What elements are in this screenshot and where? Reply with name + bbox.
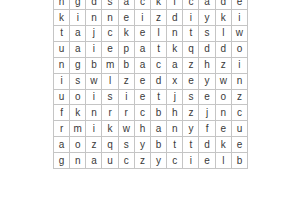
grid-cell[interactable]: z bbox=[183, 105, 199, 121]
grid-cell[interactable]: b bbox=[119, 58, 135, 74]
grid-cell[interactable]: s bbox=[102, 90, 118, 106]
grid-cell[interactable]: m bbox=[102, 58, 118, 74]
grid-cell[interactable]: j bbox=[199, 105, 215, 121]
grid-cell[interactable]: y bbox=[135, 137, 151, 153]
grid-cell[interactable]: i bbox=[86, 42, 102, 58]
grid-cell[interactable]: k bbox=[102, 121, 118, 137]
grid-cell[interactable]: d bbox=[86, 0, 102, 10]
grid-cell[interactable]: z bbox=[135, 153, 151, 169]
grid-cell[interactable]: a bbox=[119, 0, 135, 10]
grid-cell[interactable]: u bbox=[232, 121, 248, 137]
grid-cell[interactable]: e bbox=[232, 0, 248, 10]
grid-cell[interactable]: k bbox=[119, 26, 135, 42]
grid-cell[interactable]: t bbox=[167, 137, 183, 153]
grid-cell[interactable]: a bbox=[70, 42, 86, 58]
grid-cell[interactable]: i bbox=[135, 10, 151, 26]
grid-cell[interactable]: e bbox=[119, 10, 135, 26]
grid-cell[interactable]: e bbox=[199, 153, 215, 169]
grid-cell[interactable]: k bbox=[216, 137, 232, 153]
grid-cell[interactable]: m bbox=[70, 121, 86, 137]
grid-cell[interactable]: k bbox=[70, 105, 86, 121]
grid-cell[interactable]: z bbox=[183, 58, 199, 74]
grid-cell[interactable]: k bbox=[167, 42, 183, 58]
grid-cell[interactable]: q bbox=[183, 42, 199, 58]
grid-cell[interactable]: c bbox=[119, 153, 135, 169]
grid-cell[interactable]: e bbox=[183, 74, 199, 90]
grid-cell[interactable]: a bbox=[151, 121, 167, 137]
grid-cell[interactable]: b bbox=[151, 105, 167, 121]
grid-cell[interactable]: a bbox=[135, 58, 151, 74]
grid-cell[interactable]: n bbox=[70, 153, 86, 169]
grid-cell[interactable]: w bbox=[119, 121, 135, 137]
grid-cell[interactable]: f bbox=[54, 105, 70, 121]
grid-cell[interactable]: t bbox=[183, 26, 199, 42]
grid-cell[interactable]: b bbox=[232, 153, 248, 169]
grid-cell[interactable]: s bbox=[119, 137, 135, 153]
grid-cell[interactable]: u bbox=[54, 42, 70, 58]
grid-cell[interactable]: y bbox=[183, 121, 199, 137]
grid-cell[interactable]: n bbox=[54, 58, 70, 74]
grid-cell[interactable]: a bbox=[54, 137, 70, 153]
grid-cell[interactable]: z bbox=[86, 137, 102, 153]
grid-cell[interactable]: n bbox=[232, 74, 248, 90]
grid-cell[interactable]: g bbox=[70, 58, 86, 74]
grid-cell[interactable]: l bbox=[102, 74, 118, 90]
grid-cell[interactable]: c bbox=[135, 105, 151, 121]
grid-cell[interactable]: z bbox=[151, 10, 167, 26]
grid-cell[interactable]: i bbox=[86, 90, 102, 106]
grid-cell[interactable]: t bbox=[54, 26, 70, 42]
grid-cell[interactable]: a bbox=[70, 26, 86, 42]
grid-cell[interactable]: z bbox=[216, 58, 232, 74]
grid-cell[interactable]: j bbox=[86, 26, 102, 42]
grid-cell[interactable]: o bbox=[70, 137, 86, 153]
grid-cell[interactable]: r bbox=[102, 105, 118, 121]
grid-cell[interactable]: e bbox=[199, 90, 215, 106]
grid-cell[interactable]: l bbox=[151, 26, 167, 42]
grid-cell[interactable]: n bbox=[167, 26, 183, 42]
grid-cell[interactable]: c bbox=[183, 0, 199, 10]
grid-cell[interactable]: l bbox=[216, 26, 232, 42]
grid-cell[interactable]: c bbox=[151, 58, 167, 74]
grid-cell[interactable]: d bbox=[199, 137, 215, 153]
grid-cell[interactable]: k bbox=[216, 10, 232, 26]
grid-cell[interactable]: w bbox=[232, 26, 248, 42]
grid-cell[interactable]: k bbox=[151, 0, 167, 10]
grid-cell[interactable]: h bbox=[135, 121, 151, 137]
grid-cell[interactable]: c bbox=[102, 26, 118, 42]
grid-cell[interactable]: t bbox=[151, 90, 167, 106]
grid-cell[interactable]: o bbox=[70, 90, 86, 106]
grid-cell[interactable]: i bbox=[119, 90, 135, 106]
grid-cell[interactable]: c bbox=[135, 0, 151, 10]
grid-cell[interactable]: z bbox=[119, 74, 135, 90]
grid-cell[interactable]: r bbox=[54, 121, 70, 137]
grid-cell[interactable]: f bbox=[199, 121, 215, 137]
grid-cell[interactable]: g bbox=[70, 0, 86, 10]
grid-cell[interactable]: e bbox=[135, 26, 151, 42]
grid-cell[interactable]: s bbox=[183, 90, 199, 106]
grid-cell[interactable]: d bbox=[216, 0, 232, 10]
grid-cell[interactable]: n bbox=[216, 105, 232, 121]
grid-cell[interactable]: t bbox=[151, 42, 167, 58]
grid-cell[interactable]: n bbox=[54, 0, 70, 10]
word-search-page: ngdsackfcadekinneizdiykitajckelntslwuaie… bbox=[0, 0, 300, 210]
grid-cell[interactable]: c bbox=[232, 105, 248, 121]
grid-cell[interactable]: e bbox=[135, 90, 151, 106]
grid-cell[interactable]: h bbox=[199, 58, 215, 74]
grid-cell[interactable]: c bbox=[167, 153, 183, 169]
grid-cell[interactable]: i bbox=[86, 121, 102, 137]
grid-cell[interactable]: n bbox=[167, 121, 183, 137]
grid-cell[interactable]: i bbox=[183, 10, 199, 26]
grid-cell[interactable]: n bbox=[86, 105, 102, 121]
grid-cell[interactable]: a bbox=[86, 153, 102, 169]
grid-cell[interactable]: i bbox=[183, 153, 199, 169]
grid-cell[interactable]: i bbox=[54, 74, 70, 90]
grid-cell[interactable]: y bbox=[199, 10, 215, 26]
grid-cell[interactable]: e bbox=[216, 121, 232, 137]
grid-cell[interactable]: w bbox=[216, 74, 232, 90]
grid-cell[interactable]: q bbox=[102, 137, 118, 153]
grid-cell[interactable]: p bbox=[119, 42, 135, 58]
grid-cell[interactable]: i bbox=[232, 10, 248, 26]
grid-cell[interactable]: g bbox=[54, 153, 70, 169]
grid-cell[interactable]: s bbox=[102, 0, 118, 10]
grid-cell[interactable]: b bbox=[86, 58, 102, 74]
grid-cell[interactable]: h bbox=[167, 105, 183, 121]
grid-cell[interactable]: y bbox=[151, 153, 167, 169]
grid-cell[interactable]: x bbox=[167, 74, 183, 90]
grid-cell[interactable]: o bbox=[232, 42, 248, 58]
grid-cell[interactable]: f bbox=[167, 0, 183, 10]
grid-cell[interactable]: i bbox=[232, 58, 248, 74]
grid-cell[interactable]: t bbox=[183, 137, 199, 153]
grid-cell[interactable]: w bbox=[86, 74, 102, 90]
grid-cell[interactable]: n bbox=[86, 10, 102, 26]
grid-cell[interactable]: s bbox=[199, 26, 215, 42]
grid-cell[interactable]: k bbox=[54, 10, 70, 26]
grid-cell[interactable]: s bbox=[70, 74, 86, 90]
grid-cell[interactable]: i bbox=[70, 10, 86, 26]
grid-cell[interactable]: b bbox=[151, 137, 167, 153]
grid-cell[interactable]: d bbox=[216, 42, 232, 58]
grid-cell[interactable]: y bbox=[199, 74, 215, 90]
grid-cell[interactable]: u bbox=[102, 153, 118, 169]
grid-cell[interactable]: z bbox=[232, 90, 248, 106]
grid-cell[interactable]: l bbox=[216, 153, 232, 169]
grid-cell[interactable]: e bbox=[102, 42, 118, 58]
grid-cell[interactable]: u bbox=[54, 90, 70, 106]
grid-cell[interactable]: d bbox=[167, 10, 183, 26]
word-search-grid: ngdsackfcadekinneizdiykitajckelntslwuaie… bbox=[53, 0, 248, 169]
grid-cell[interactable]: d bbox=[151, 74, 167, 90]
grid-cell[interactable]: a bbox=[135, 42, 151, 58]
grid-cell[interactable]: n bbox=[102, 10, 118, 26]
grid-cell[interactable]: a bbox=[167, 58, 183, 74]
grid-cell[interactable]: a bbox=[199, 0, 215, 10]
grid-cell[interactable]: o bbox=[216, 90, 232, 106]
grid-cell[interactable]: e bbox=[135, 74, 151, 90]
grid-cell[interactable]: e bbox=[232, 137, 248, 153]
grid-cell[interactable]: d bbox=[199, 42, 215, 58]
grid-cell[interactable]: j bbox=[167, 90, 183, 106]
grid-cell[interactable]: r bbox=[119, 105, 135, 121]
